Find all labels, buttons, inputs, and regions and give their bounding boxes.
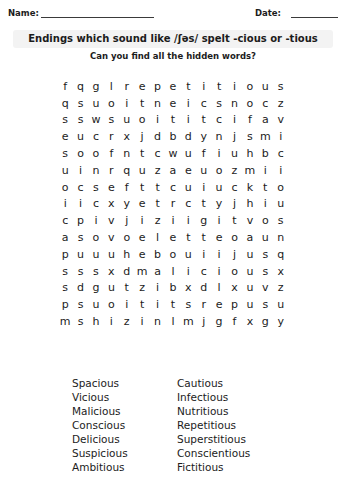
worksheet-subtitle: Can you find all the hidden words?: [0, 51, 346, 61]
word-item: Spacious: [72, 376, 177, 390]
grid-cell[interactable]: n: [211, 128, 226, 145]
grid-cell[interactable]: u: [211, 179, 226, 196]
grid-cell[interactable]: y: [273, 313, 288, 330]
grid-cell[interactable]: y: [119, 196, 134, 213]
grid-cell[interactable]: x: [104, 196, 119, 213]
grid-cell[interactable]: x: [119, 128, 134, 145]
grid-cell[interactable]: s: [242, 128, 257, 145]
grid-cell[interactable]: o: [58, 179, 73, 196]
grid-cell[interactable]: o: [134, 112, 149, 129]
grid-cell[interactable]: m: [181, 313, 196, 330]
grid-cell[interactable]: a: [165, 162, 180, 179]
grid-cell[interactable]: e: [104, 179, 119, 196]
grid-cell[interactable]: n: [119, 145, 134, 162]
grid-cell[interactable]: g: [88, 280, 103, 297]
grid-cell[interactable]: o: [273, 179, 288, 196]
grid-cell[interactable]: i: [273, 128, 288, 145]
grid-cell[interactable]: t: [165, 112, 180, 129]
grid-cell[interactable]: t: [134, 296, 149, 313]
grid-cell[interactable]: p: [58, 296, 73, 313]
grid-cell[interactable]: s: [181, 296, 196, 313]
grid-cell[interactable]: u: [242, 246, 257, 263]
grid-cell[interactable]: k: [242, 179, 257, 196]
word-item: Conscientious: [177, 446, 250, 460]
grid-cell[interactable]: h: [242, 196, 257, 213]
grid-cell[interactable]: o: [88, 229, 103, 246]
grid-cell[interactable]: e: [211, 296, 226, 313]
grid-cell[interactable]: u: [73, 246, 88, 263]
grid-cell[interactable]: t: [150, 179, 165, 196]
grid-cell[interactable]: i: [196, 246, 211, 263]
grid-cell[interactable]: b: [258, 145, 273, 162]
grid-cell[interactable]: u: [273, 196, 288, 213]
grid-cell[interactable]: t: [150, 196, 165, 213]
grid-cell[interactable]: j: [119, 212, 134, 229]
grid-cell[interactable]: r: [119, 78, 134, 95]
grid-cell[interactable]: i: [258, 196, 273, 213]
grid-cell[interactable]: b: [165, 128, 180, 145]
grid-cell[interactable]: u: [273, 296, 288, 313]
grid-cell[interactable]: h: [242, 145, 257, 162]
grid-cell[interactable]: t: [181, 229, 196, 246]
grid-cell[interactable]: u: [242, 296, 257, 313]
name-label: Name:: [8, 8, 39, 18]
grid-cell[interactable]: r: [104, 162, 119, 179]
grid-cell[interactable]: j: [227, 196, 242, 213]
grid-cell[interactable]: o: [211, 162, 226, 179]
grid-cell[interactable]: e: [134, 78, 149, 95]
word-item: Malicious: [72, 404, 177, 418]
grid-cell[interactable]: i: [134, 313, 149, 330]
grid-cell[interactable]: u: [181, 179, 196, 196]
grid-cell[interactable]: z: [227, 162, 242, 179]
grid-cell[interactable]: c: [181, 196, 196, 213]
word-list: SpaciousViciousMaliciousConsciousDelicio…: [72, 376, 346, 474]
word-item: Conscious: [72, 418, 177, 432]
grid-cell[interactable]: d: [119, 263, 134, 280]
grid-cell[interactable]: c: [150, 145, 165, 162]
word-item: Ambitious: [72, 460, 177, 474]
grid-cell[interactable]: s: [104, 112, 119, 129]
grid-cell[interactable]: o: [119, 229, 134, 246]
grid-cell[interactable]: o: [104, 95, 119, 112]
grid-cell[interactable]: i: [150, 296, 165, 313]
grid-cell[interactable]: u: [242, 280, 257, 297]
grid-cell[interactable]: u: [242, 263, 257, 280]
grid-cell[interactable]: t: [134, 95, 149, 112]
grid-cell[interactable]: e: [181, 162, 196, 179]
grid-cell[interactable]: i: [58, 196, 73, 213]
grid-cell[interactable]: x: [104, 263, 119, 280]
grid-cell[interactable]: e: [165, 95, 180, 112]
grid-cell[interactable]: s: [73, 313, 88, 330]
grid-cell[interactable]: j: [196, 313, 211, 330]
word-item: Repetitious: [177, 418, 250, 432]
grid-cell[interactable]: c: [273, 145, 288, 162]
grid-cell[interactable]: s: [58, 280, 73, 297]
grid-cell[interactable]: u: [73, 128, 88, 145]
grid-cell[interactable]: x: [181, 280, 196, 297]
grid-cell[interactable]: s: [258, 246, 273, 263]
grid-cell[interactable]: s: [58, 145, 73, 162]
grid-cell[interactable]: i: [227, 112, 242, 129]
grid-cell[interactable]: t: [181, 78, 196, 95]
grid-cell[interactable]: o: [88, 145, 103, 162]
grid-cell[interactable]: f: [227, 313, 242, 330]
grid-cell[interactable]: g: [88, 78, 103, 95]
grid-cell[interactable]: i: [181, 95, 196, 112]
grid-cell[interactable]: s: [73, 229, 88, 246]
grid-cell[interactable]: j: [227, 246, 242, 263]
wordsearch-grid: fqglrepetitiousqsuoitneicsnoczsswsuoitit…: [58, 78, 289, 330]
grid-cell[interactable]: l: [165, 313, 180, 330]
grid-cell[interactable]: i: [181, 263, 196, 280]
grid-cell[interactable]: i: [150, 280, 165, 297]
grid-cell[interactable]: i: [73, 162, 88, 179]
grid-cell[interactable]: u: [181, 246, 196, 263]
grid-cell[interactable]: c: [165, 179, 180, 196]
grid-cell[interactable]: z: [273, 280, 288, 297]
grid-cell[interactable]: u: [134, 162, 149, 179]
grid-cell[interactable]: s: [73, 95, 88, 112]
word-item: Nutritious: [177, 404, 250, 418]
grid-cell[interactable]: s: [58, 263, 73, 280]
grid-cell[interactable]: t: [258, 179, 273, 196]
grid-cell[interactable]: d: [73, 280, 88, 297]
word-item: Cautious: [177, 376, 250, 390]
grid-cell[interactable]: s: [73, 296, 88, 313]
grid-cell[interactable]: u: [227, 145, 242, 162]
grid-cell[interactable]: t: [196, 229, 211, 246]
grid-cell[interactable]: v: [104, 212, 119, 229]
grid-cell[interactable]: i: [104, 313, 119, 330]
grid-cell[interactable]: i: [258, 162, 273, 179]
grid-cell[interactable]: u: [258, 229, 273, 246]
grid-cell[interactable]: t: [119, 280, 134, 297]
grid-cell[interactable]: s: [73, 112, 88, 129]
grid-cell[interactable]: g: [196, 212, 211, 229]
grid-cell[interactable]: v: [273, 112, 288, 129]
grid-cell[interactable]: c: [58, 212, 73, 229]
grid-cell[interactable]: q: [273, 246, 288, 263]
grid-cell[interactable]: c: [258, 95, 273, 112]
grid-cell[interactable]: o: [104, 296, 119, 313]
grid-cell[interactable]: a: [150, 263, 165, 280]
grid-cell[interactable]: q: [119, 162, 134, 179]
grid-cell[interactable]: a: [258, 112, 273, 129]
grid-cell[interactable]: m: [58, 313, 73, 330]
grid-cell[interactable]: e: [58, 128, 73, 145]
grid-cell[interactable]: u: [196, 162, 211, 179]
word-item: Suspicious: [72, 446, 177, 460]
grid-cell[interactable]: u: [104, 280, 119, 297]
grid-cell[interactable]: v: [242, 212, 257, 229]
grid-cell[interactable]: s: [73, 263, 88, 280]
grid-cell[interactable]: s: [258, 296, 273, 313]
grid-cell[interactable]: o: [227, 263, 242, 280]
grid-cell[interactable]: c: [196, 263, 211, 280]
grid-cell[interactable]: n: [150, 313, 165, 330]
grid-cell[interactable]: e: [134, 246, 149, 263]
grid-cell[interactable]: i: [119, 95, 134, 112]
grid-cell[interactable]: w: [88, 112, 103, 129]
grid-cell[interactable]: g: [211, 313, 226, 330]
word-item: Fictitious: [177, 460, 250, 474]
grid-cell[interactable]: i: [119, 296, 134, 313]
grid-cell[interactable]: t: [165, 296, 180, 313]
grid-cell[interactable]: i: [134, 212, 149, 229]
grid-cell[interactable]: i: [150, 112, 165, 129]
grid-cell[interactable]: u: [88, 246, 103, 263]
grid-cell[interactable]: i: [196, 179, 211, 196]
grid-cell[interactable]: o: [73, 145, 88, 162]
grid-cell[interactable]: q: [58, 95, 73, 112]
grid-cell[interactable]: s: [88, 263, 103, 280]
grid-cell[interactable]: u: [119, 112, 134, 129]
grid-cell[interactable]: h: [88, 313, 103, 330]
grid-cell[interactable]: e: [134, 229, 149, 246]
grid-cell[interactable]: n: [150, 95, 165, 112]
grid-cell[interactable]: p: [73, 212, 88, 229]
grid-cell[interactable]: u: [88, 95, 103, 112]
name-input-line[interactable]: [41, 8, 154, 18]
grid-cell[interactable]: s: [211, 95, 226, 112]
grid-cell[interactable]: z: [273, 95, 288, 112]
grid-cell[interactable]: e: [134, 196, 149, 213]
grid-cell[interactable]: u: [258, 78, 273, 95]
grid-cell[interactable]: i: [73, 196, 88, 213]
grid-cell[interactable]: a: [242, 229, 257, 246]
grid-cell[interactable]: r: [165, 196, 180, 213]
grid-cell[interactable]: q: [73, 78, 88, 95]
grid-cell[interactable]: z: [134, 280, 149, 297]
grid-cell[interactable]: p: [227, 296, 242, 313]
grid-cell[interactable]: i: [211, 145, 226, 162]
grid-cell[interactable]: b: [165, 280, 180, 297]
grid-cell[interactable]: x: [242, 313, 257, 330]
grid-cell[interactable]: d: [150, 128, 165, 145]
grid-cell[interactable]: w: [165, 145, 180, 162]
word-item: Vicious: [72, 390, 177, 404]
grid-cell[interactable]: l: [211, 280, 226, 297]
grid-cell[interactable]: c: [196, 95, 211, 112]
grid-cell[interactable]: o: [242, 95, 257, 112]
grid-cell[interactable]: e: [165, 78, 180, 95]
word-item: Infectious: [177, 390, 250, 404]
grid-cell[interactable]: i: [181, 212, 196, 229]
grid-cell[interactable]: z: [119, 313, 134, 330]
grid-cell[interactable]: t: [196, 112, 211, 129]
grid-cell[interactable]: o: [227, 229, 242, 246]
grid-cell[interactable]: t: [196, 196, 211, 213]
grid-cell[interactable]: u: [88, 296, 103, 313]
grid-cell[interactable]: l: [150, 229, 165, 246]
grid-cell[interactable]: o: [258, 212, 273, 229]
grid-cell[interactable]: g: [258, 313, 273, 330]
grid-cell[interactable]: u: [58, 162, 73, 179]
word-list-column-2: CautiousInfectiousNutritiousRepetitiousS…: [177, 376, 250, 474]
grid-cell[interactable]: h: [119, 246, 134, 263]
grid-cell[interactable]: t: [134, 179, 149, 196]
grid-cell[interactable]: j: [227, 128, 242, 145]
grid-cell[interactable]: t: [211, 78, 226, 95]
grid-cell[interactable]: d: [196, 280, 211, 297]
grid-cell[interactable]: i: [211, 263, 226, 280]
grid-cell[interactable]: i: [273, 162, 288, 179]
grid-cell[interactable]: c: [88, 196, 103, 213]
grid-cell[interactable]: z: [150, 162, 165, 179]
grid-cell[interactable]: r: [196, 296, 211, 313]
word-item: Delicious: [72, 432, 177, 446]
grid-cell[interactable]: j: [134, 128, 149, 145]
grid-cell[interactable]: r: [104, 128, 119, 145]
grid-cell[interactable]: f: [119, 179, 134, 196]
grid-cell[interactable]: n: [227, 95, 242, 112]
word-list-column-1: SpaciousViciousMaliciousConsciousDelicio…: [72, 376, 177, 474]
grid-cell[interactable]: m: [134, 263, 149, 280]
date-label: Date:: [255, 8, 281, 18]
grid-cell[interactable]: f: [104, 145, 119, 162]
grid-cell[interactable]: c: [88, 128, 103, 145]
grid-cell[interactable]: c: [211, 112, 226, 129]
grid-cell[interactable]: v: [258, 280, 273, 297]
grid-cell[interactable]: a: [58, 229, 73, 246]
grid-cell[interactable]: c: [73, 179, 88, 196]
date-input-line[interactable]: [291, 8, 338, 18]
grid-cell[interactable]: l: [104, 78, 119, 95]
grid-cell[interactable]: l: [165, 263, 180, 280]
grid-cell[interactable]: o: [165, 246, 180, 263]
grid-cell[interactable]: e: [211, 229, 226, 246]
grid-cell[interactable]: m: [258, 128, 273, 145]
grid-cell[interactable]: u: [104, 246, 119, 263]
grid-cell[interactable]: s: [273, 78, 288, 95]
worksheet-title: Endings which sound like /ʃəs/ spelt -ci…: [13, 30, 333, 48]
grid-cell[interactable]: x: [273, 263, 288, 280]
grid-cell[interactable]: s: [88, 179, 103, 196]
grid-cell[interactable]: p: [58, 246, 73, 263]
grid-cell[interactable]: f: [196, 145, 211, 162]
grid-cell[interactable]: i: [227, 78, 242, 95]
grid-cell[interactable]: n: [273, 229, 288, 246]
grid-cell[interactable]: d: [181, 128, 196, 145]
grid-cell[interactable]: f: [58, 78, 73, 95]
grid-cell[interactable]: n: [88, 162, 103, 179]
header-row: Name: Date:: [0, 0, 346, 18]
grid-cell[interactable]: s: [258, 263, 273, 280]
grid-cell[interactable]: t: [134, 145, 149, 162]
grid-cell[interactable]: m: [242, 162, 257, 179]
grid-cell[interactable]: o: [242, 78, 257, 95]
worksheet-page: Name: Date: Endings which sound like /ʃə…: [0, 0, 346, 500]
grid-cell[interactable]: i: [211, 212, 226, 229]
grid-cell[interactable]: i: [196, 78, 211, 95]
grid-cell[interactable]: i: [165, 212, 180, 229]
grid-cell[interactable]: y: [196, 128, 211, 145]
grid-cell[interactable]: p: [150, 78, 165, 95]
grid-cell[interactable]: s: [273, 212, 288, 229]
grid-cell[interactable]: i: [211, 246, 226, 263]
grid-cell[interactable]: x: [227, 280, 242, 297]
grid-cell[interactable]: v: [104, 229, 119, 246]
grid-cell[interactable]: i: [88, 212, 103, 229]
grid-cell[interactable]: c: [227, 179, 242, 196]
grid-cell[interactable]: z: [150, 212, 165, 229]
grid-cell[interactable]: t: [227, 212, 242, 229]
grid-cell[interactable]: e: [165, 229, 180, 246]
grid-cell[interactable]: s: [58, 112, 73, 129]
grid-cell[interactable]: b: [150, 246, 165, 263]
grid-cell[interactable]: u: [181, 145, 196, 162]
word-item: Superstitious: [177, 432, 250, 446]
grid-cell[interactable]: f: [242, 112, 257, 129]
grid-cell[interactable]: y: [211, 196, 226, 213]
grid-cell[interactable]: i: [181, 112, 196, 129]
